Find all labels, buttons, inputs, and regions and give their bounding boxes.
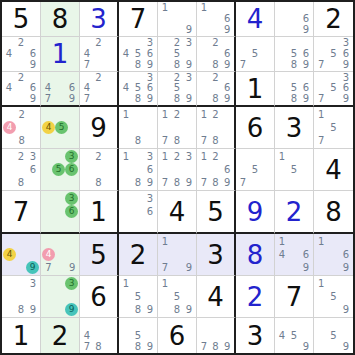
candidate-7: 7 bbox=[42, 94, 54, 104]
cell-r7c4[interactable]: 2 bbox=[119, 234, 158, 276]
cell-r1c6[interactable]: 169 bbox=[197, 2, 236, 37]
candidate-empty bbox=[55, 108, 68, 121]
candidate-8: 8 bbox=[132, 59, 144, 70]
cell-r1c5[interactable]: 19 bbox=[158, 2, 197, 37]
cell-r9c2[interactable]: 2 bbox=[41, 318, 80, 353]
candidate-empty bbox=[288, 3, 300, 14]
given-digit: 1 bbox=[247, 76, 264, 102]
candidate-grid: 2689 bbox=[197, 72, 234, 105]
candidate-empty bbox=[288, 235, 300, 248]
cell-r9c8[interactable]: 459 bbox=[275, 318, 314, 353]
candidate-grid: 5689 bbox=[275, 72, 313, 105]
cell-r6c5[interactable]: 4 bbox=[158, 191, 197, 234]
candidate-empty bbox=[198, 330, 210, 341]
cell-r5c2[interactable]: 356 bbox=[41, 149, 80, 191]
cell-r4c3[interactable]: 9 bbox=[80, 107, 119, 149]
cell-r3c9[interactable]: 35679 bbox=[314, 72, 353, 107]
cell-r2c3[interactable]: 247 bbox=[80, 37, 119, 72]
candidate-empty bbox=[340, 319, 352, 330]
cell-r6c8[interactable]: 2 bbox=[275, 191, 314, 234]
candidate-empty bbox=[93, 83, 105, 93]
candidate-empty bbox=[183, 14, 195, 25]
candidate-empty bbox=[120, 163, 132, 176]
candidate-6: 6 bbox=[221, 49, 233, 60]
candidate-3: 3 bbox=[183, 73, 195, 83]
candidate-grid: 1589 bbox=[119, 276, 157, 317]
cell-r3c6[interactable]: 2689 bbox=[197, 72, 236, 107]
candidate-8: 8 bbox=[16, 134, 28, 147]
candidate-empty bbox=[3, 108, 16, 121]
candidate-grid: 1469 bbox=[275, 234, 313, 275]
candidate-empty bbox=[171, 3, 183, 14]
cell-r9c5[interactable]: 6 bbox=[158, 318, 197, 353]
candidate-empty bbox=[183, 277, 195, 290]
candidate-6: 6 bbox=[221, 163, 233, 176]
candidate-empty bbox=[340, 235, 352, 248]
candidate-empty bbox=[300, 319, 312, 330]
candidate-empty bbox=[132, 192, 144, 205]
candidate-empty bbox=[27, 176, 39, 189]
candidate-empty bbox=[198, 121, 210, 134]
candidate-empty bbox=[210, 330, 222, 341]
cell-r8c1[interactable]: 389 bbox=[2, 276, 41, 318]
candidate-empty bbox=[15, 163, 27, 176]
candidate-grid: 126789 bbox=[197, 149, 234, 190]
cell-r3c7[interactable]: 1 bbox=[236, 72, 275, 107]
candidate-1: 1 bbox=[198, 150, 210, 163]
candidate-grid: 247 bbox=[80, 72, 117, 105]
candidate-3: 3 bbox=[144, 192, 156, 205]
candidate-empty bbox=[221, 150, 233, 163]
candidate-grid: 159 bbox=[314, 276, 353, 317]
candidate-5: 5 bbox=[249, 49, 261, 60]
candidate-empty bbox=[198, 73, 210, 83]
candidate-empty bbox=[144, 319, 156, 330]
candidate-empty bbox=[144, 108, 156, 121]
candidate-4: 4 bbox=[276, 248, 288, 261]
cell-r9c7[interactable]: 3 bbox=[236, 318, 275, 353]
candidate-1: 1 bbox=[159, 150, 171, 163]
given-digit: 4 bbox=[325, 157, 342, 183]
candidate-6: 6 bbox=[221, 14, 233, 25]
candidate-empty bbox=[276, 73, 288, 83]
candidate-4: 4 bbox=[120, 83, 132, 93]
cell-r6c3[interactable]: 1 bbox=[80, 191, 119, 234]
cell-r8c9[interactable]: 159 bbox=[314, 276, 353, 318]
cell-r4c1[interactable]: 248 bbox=[2, 107, 41, 149]
candidate-5: 5 bbox=[171, 49, 183, 60]
cell-r4c8[interactable]: 3 bbox=[275, 107, 314, 149]
candidate-empty bbox=[183, 121, 195, 134]
candidate-9: 9 bbox=[27, 59, 39, 70]
candidate-empty bbox=[340, 277, 352, 290]
cell-r6c2[interactable]: 36 bbox=[41, 191, 80, 234]
candidate-empty bbox=[15, 94, 27, 104]
candidate-empty bbox=[3, 235, 16, 248]
candidate-2: 2 bbox=[210, 73, 222, 83]
cell-r7c9[interactable]: 169 bbox=[314, 234, 353, 276]
candidate-empty bbox=[54, 205, 66, 218]
candidate-empty bbox=[159, 121, 171, 134]
cell-r9c3[interactable]: 478 bbox=[80, 318, 119, 353]
candidate-empty bbox=[65, 218, 78, 231]
candidate-empty bbox=[159, 59, 171, 70]
cell-r8c7[interactable]: 2 bbox=[236, 276, 275, 318]
candidate-grid: 13689 bbox=[119, 149, 157, 190]
cell-r7c3[interactable]: 5 bbox=[80, 234, 119, 276]
candidate-empty bbox=[276, 38, 288, 49]
cell-r3c8[interactable]: 5689 bbox=[275, 72, 314, 107]
candidate-empty bbox=[183, 3, 195, 14]
cell-r3c4[interactable]: 345689 bbox=[119, 72, 158, 107]
candidate-8: 8 bbox=[171, 176, 183, 189]
cell-r5c3[interactable]: 28 bbox=[80, 149, 119, 191]
candidate-grid: 589 bbox=[119, 318, 157, 353]
candidate-grid: 2368 bbox=[2, 149, 40, 190]
candidate-empty bbox=[221, 108, 233, 121]
candidate-empty bbox=[237, 150, 249, 163]
candidate-1: 1 bbox=[159, 3, 171, 14]
cell-r9c1[interactable]: 1 bbox=[2, 318, 41, 353]
cell-r3c5[interactable]: 23589 bbox=[158, 72, 197, 107]
candidate-9-mark-teal: 9 bbox=[65, 303, 78, 316]
cell-r7c6[interactable]: 3 bbox=[197, 234, 236, 276]
cell-r2c6[interactable]: 2689 bbox=[197, 37, 236, 72]
mark-bubble: 3 bbox=[65, 150, 78, 163]
candidate-4: 4 bbox=[81, 49, 93, 60]
candidate-8: 8 bbox=[210, 59, 222, 70]
cell-r7c1[interactable]: 49 bbox=[2, 234, 41, 276]
cell-r2c5[interactable]: 23589 bbox=[158, 37, 197, 72]
candidate-empty bbox=[340, 134, 352, 147]
solved-digit: 3 bbox=[90, 6, 107, 32]
candidate-2: 2 bbox=[93, 150, 105, 163]
candidate-empty bbox=[28, 108, 40, 121]
candidate-5: 5 bbox=[327, 330, 339, 341]
cell-r6c1[interactable]: 7 bbox=[2, 191, 41, 234]
candidate-empty bbox=[55, 134, 68, 147]
cell-r4c7[interactable]: 6 bbox=[236, 107, 275, 149]
candidate-empty bbox=[237, 163, 249, 176]
candidate-empty bbox=[249, 176, 261, 189]
cell-r1c3[interactable]: 3 bbox=[80, 2, 119, 37]
candidate-empty bbox=[171, 14, 183, 25]
cell-r5c5[interactable]: 123789 bbox=[158, 149, 197, 191]
candidate-empty bbox=[315, 49, 327, 60]
candidate-grid: 5689 bbox=[275, 37, 313, 71]
mark-bubble: 4 bbox=[42, 248, 55, 261]
candidate-empty bbox=[183, 134, 195, 147]
given-digit: 2 bbox=[130, 242, 147, 268]
candidate-2: 2 bbox=[171, 108, 183, 121]
candidate-grid: 478 bbox=[80, 318, 117, 353]
candidate-2: 2 bbox=[210, 38, 222, 49]
cell-r7c2[interactable]: 479 bbox=[41, 234, 80, 276]
candidate-empty bbox=[261, 163, 273, 176]
candidate-6: 6 bbox=[144, 205, 156, 218]
cell-r5c6[interactable]: 126789 bbox=[197, 149, 236, 191]
candidate-empty bbox=[210, 24, 222, 35]
candidate-empty bbox=[42, 192, 54, 205]
cell-r1c7[interactable]: 4 bbox=[236, 2, 275, 37]
candidate-empty bbox=[171, 24, 183, 35]
candidate-empty bbox=[315, 290, 327, 303]
candidate-empty bbox=[300, 235, 312, 248]
cell-r5c1[interactable]: 2368 bbox=[2, 149, 41, 191]
candidate-5: 5 bbox=[327, 83, 339, 93]
candidate-empty bbox=[132, 319, 144, 330]
cell-r6c7[interactable]: 9 bbox=[236, 191, 275, 234]
candidate-5-mark-green: 5 bbox=[52, 163, 65, 176]
candidate-empty bbox=[171, 163, 183, 176]
cell-r2c4[interactable]: 345689 bbox=[119, 37, 158, 72]
candidate-empty bbox=[3, 176, 15, 189]
candidate-empty bbox=[55, 248, 67, 261]
candidate-empty bbox=[221, 134, 233, 147]
candidate-empty bbox=[54, 192, 66, 205]
candidate-empty bbox=[52, 176, 65, 189]
candidate-5: 5 bbox=[132, 49, 144, 60]
candidate-empty bbox=[183, 290, 195, 303]
candidate-grid: 18 bbox=[119, 107, 157, 148]
candidate-empty bbox=[315, 248, 327, 261]
candidate-9: 9 bbox=[340, 261, 352, 274]
candidate-empty bbox=[120, 341, 132, 352]
candidate-empty bbox=[300, 176, 312, 189]
candidate-empty bbox=[159, 303, 171, 316]
candidate-empty bbox=[132, 218, 144, 231]
candidate-empty bbox=[315, 38, 327, 49]
candidate-empty bbox=[54, 303, 66, 316]
candidate-empty bbox=[120, 205, 132, 218]
cell-r6c4[interactable]: 36 bbox=[119, 191, 158, 234]
candidate-6: 6 bbox=[300, 49, 312, 60]
candidate-empty bbox=[261, 150, 273, 163]
candidate-empty bbox=[15, 59, 27, 70]
candidate-empty bbox=[81, 319, 93, 330]
cell-r1c1[interactable]: 5 bbox=[2, 2, 41, 37]
given-digit: 2 bbox=[52, 323, 69, 349]
cell-r4c5[interactable]: 1278 bbox=[158, 107, 197, 149]
given-digit: 5 bbox=[13, 6, 30, 32]
candidate-4: 4 bbox=[120, 49, 132, 60]
candidate-empty bbox=[198, 83, 210, 93]
cell-r7c5[interactable]: 179 bbox=[158, 234, 197, 276]
candidate-empty bbox=[93, 94, 105, 104]
candidate-4-mark-pink: 4 bbox=[42, 248, 55, 261]
candidate-3-mark-green: 3 bbox=[65, 192, 78, 205]
candidate-empty bbox=[210, 319, 222, 330]
candidate-empty bbox=[120, 192, 132, 205]
candidate-1: 1 bbox=[315, 235, 327, 248]
candidate-empty bbox=[237, 49, 249, 60]
cell-r1c4[interactable]: 7 bbox=[119, 2, 158, 37]
mark-bubble: 3 bbox=[65, 192, 78, 205]
candidate-1: 1 bbox=[159, 108, 171, 121]
candidate-9: 9 bbox=[300, 261, 312, 274]
cell-r5c4[interactable]: 13689 bbox=[119, 149, 158, 191]
cell-r4c6[interactable]: 1278 bbox=[197, 107, 236, 149]
candidate-empty bbox=[104, 73, 116, 83]
given-digit: 1 bbox=[90, 199, 107, 225]
candidate-9: 9 bbox=[144, 176, 156, 189]
candidate-7: 7 bbox=[159, 134, 171, 147]
cell-r8c2[interactable]: 39 bbox=[41, 276, 80, 318]
candidate-empty bbox=[42, 134, 55, 147]
candidate-empty bbox=[315, 303, 327, 316]
candidate-4-mark-pink: 4 bbox=[3, 121, 16, 134]
candidate-9: 9 bbox=[221, 94, 233, 104]
candidate-8: 8 bbox=[210, 134, 222, 147]
candidate-2: 2 bbox=[210, 108, 222, 121]
candidate-grid: 2469 bbox=[2, 72, 40, 105]
candidate-grid: 479 bbox=[41, 234, 79, 275]
candidate-empty bbox=[144, 330, 156, 341]
cell-r8c4[interactable]: 1589 bbox=[119, 276, 158, 318]
candidate-5-mark-green: 5 bbox=[55, 121, 68, 134]
candidate-empty bbox=[159, 83, 171, 93]
candidate-9: 9 bbox=[67, 261, 79, 274]
cell-r7c7[interactable]: 8 bbox=[236, 234, 275, 276]
candidate-empty bbox=[28, 121, 40, 134]
cell-r6c6[interactable]: 5 bbox=[197, 191, 236, 234]
cell-r2c8[interactable]: 5689 bbox=[275, 37, 314, 72]
cell-r3c3[interactable]: 247 bbox=[80, 72, 119, 107]
given-digit: 5 bbox=[207, 199, 224, 225]
candidate-empty bbox=[183, 248, 195, 261]
candidate-empty bbox=[42, 277, 54, 290]
candidate-3-mark-green: 3 bbox=[65, 277, 78, 290]
cell-r5c9[interactable]: 4 bbox=[314, 149, 353, 191]
candidate-9: 9 bbox=[221, 176, 233, 189]
mark-bubble: 5 bbox=[55, 121, 68, 134]
candidate-empty bbox=[210, 14, 222, 25]
candidate-empty bbox=[16, 248, 26, 261]
cell-r8c8[interactable]: 7 bbox=[275, 276, 314, 318]
mark-bubble: 9 bbox=[65, 303, 78, 316]
candidate-empty bbox=[68, 108, 78, 121]
candidate-9: 9 bbox=[340, 341, 352, 352]
candidate-empty bbox=[104, 319, 116, 330]
cell-r7c8[interactable]: 1469 bbox=[275, 234, 314, 276]
given-digit: 1 bbox=[13, 323, 30, 349]
cell-r2c1[interactable]: 2469 bbox=[2, 37, 41, 72]
candidate-grid: 356 bbox=[41, 149, 79, 190]
candidate-empty bbox=[198, 163, 210, 176]
candidate-empty bbox=[104, 83, 116, 93]
cell-r2c2[interactable]: 1 bbox=[41, 37, 80, 72]
cell-r4c4[interactable]: 18 bbox=[119, 107, 158, 149]
candidate-empty bbox=[104, 49, 116, 60]
candidate-empty bbox=[288, 261, 300, 274]
candidate-empty bbox=[42, 290, 54, 303]
candidate-empty bbox=[300, 163, 312, 176]
candidate-4-mark-yellow: 4 bbox=[3, 248, 16, 261]
cell-r6c9[interactable]: 8 bbox=[314, 191, 353, 234]
cell-r8c5[interactable]: 1589 bbox=[158, 276, 197, 318]
candidate-grid: 179 bbox=[158, 234, 196, 275]
given-digit: 6 bbox=[169, 323, 186, 349]
candidate-empty bbox=[327, 108, 339, 121]
candidate-empty bbox=[120, 303, 132, 316]
candidate-grid: 15 bbox=[275, 149, 313, 190]
candidate-empty bbox=[144, 121, 156, 134]
candidate-empty bbox=[327, 261, 339, 274]
candidate-grid: 459 bbox=[275, 318, 313, 353]
cell-r9c9[interactable]: 59 bbox=[314, 318, 353, 353]
cell-r8c3[interactable]: 6 bbox=[80, 276, 119, 318]
candidate-6-mark-green: 6 bbox=[65, 163, 78, 176]
cell-r1c8[interactable]: 69 bbox=[275, 2, 314, 37]
candidate-grid: 345689 bbox=[119, 72, 157, 105]
cell-r1c9[interactable]: 2 bbox=[314, 2, 353, 37]
candidate-empty bbox=[210, 3, 222, 14]
candidate-empty bbox=[81, 176, 93, 189]
mark-bubble: 9 bbox=[26, 261, 39, 274]
candidate-8: 8 bbox=[132, 134, 144, 147]
candidate-grid: 23589 bbox=[158, 37, 196, 71]
candidate-empty bbox=[104, 94, 116, 104]
candidate-empty bbox=[159, 38, 171, 49]
candidate-empty bbox=[120, 59, 132, 70]
cell-r4c2[interactable]: 45 bbox=[41, 107, 80, 149]
candidate-empty bbox=[120, 94, 132, 104]
candidate-empty bbox=[288, 341, 300, 352]
cell-r9c4[interactable]: 589 bbox=[119, 318, 158, 353]
candidate-9: 9 bbox=[183, 59, 195, 70]
candidate-empty bbox=[183, 235, 195, 248]
candidate-8: 8 bbox=[132, 94, 144, 104]
candidate-empty bbox=[120, 134, 132, 147]
mark-bubble: 6 bbox=[65, 205, 78, 218]
candidate-empty bbox=[26, 248, 39, 261]
sudoku-board: 5837191694692246912473456892358926895756… bbox=[0, 0, 355, 355]
cell-r3c1[interactable]: 2469 bbox=[2, 72, 41, 107]
cell-r9c6[interactable]: 789 bbox=[197, 318, 236, 353]
cell-r5c7[interactable]: 57 bbox=[236, 149, 275, 191]
candidate-6: 6 bbox=[27, 163, 39, 176]
candidate-grid: 1278 bbox=[197, 107, 234, 148]
candidate-2: 2 bbox=[93, 73, 105, 83]
candidate-7: 7 bbox=[315, 94, 327, 104]
candidate-1: 1 bbox=[120, 108, 132, 121]
candidate-empty bbox=[276, 261, 288, 274]
candidate-empty bbox=[249, 59, 261, 70]
candidate-7: 7 bbox=[315, 134, 327, 147]
candidate-empty bbox=[132, 277, 144, 290]
candidate-8: 8 bbox=[171, 94, 183, 104]
given-digit: 5 bbox=[90, 242, 107, 268]
cell-r5c8[interactable]: 15 bbox=[275, 149, 314, 191]
candidate-grid: 247 bbox=[80, 37, 117, 71]
candidate-empty bbox=[132, 108, 144, 121]
cell-r3c2[interactable]: 4679 bbox=[41, 72, 80, 107]
candidate-3: 3 bbox=[27, 277, 39, 290]
cell-r4c9[interactable]: 157 bbox=[314, 107, 353, 149]
candidate-grid: 1589 bbox=[158, 276, 196, 317]
candidate-empty bbox=[54, 73, 66, 83]
candidate-empty bbox=[81, 163, 93, 176]
candidate-7: 7 bbox=[159, 176, 171, 189]
cell-r2c9[interactable]: 35679 bbox=[314, 37, 353, 72]
candidate-empty bbox=[300, 330, 312, 341]
cell-r2c7[interactable]: 57 bbox=[236, 37, 275, 72]
candidate-empty bbox=[16, 121, 28, 134]
candidate-grid: 57 bbox=[236, 149, 274, 190]
cell-r8c6[interactable]: 4 bbox=[197, 276, 236, 318]
candidate-empty bbox=[54, 83, 66, 93]
cell-r1c2[interactable]: 8 bbox=[41, 2, 80, 37]
